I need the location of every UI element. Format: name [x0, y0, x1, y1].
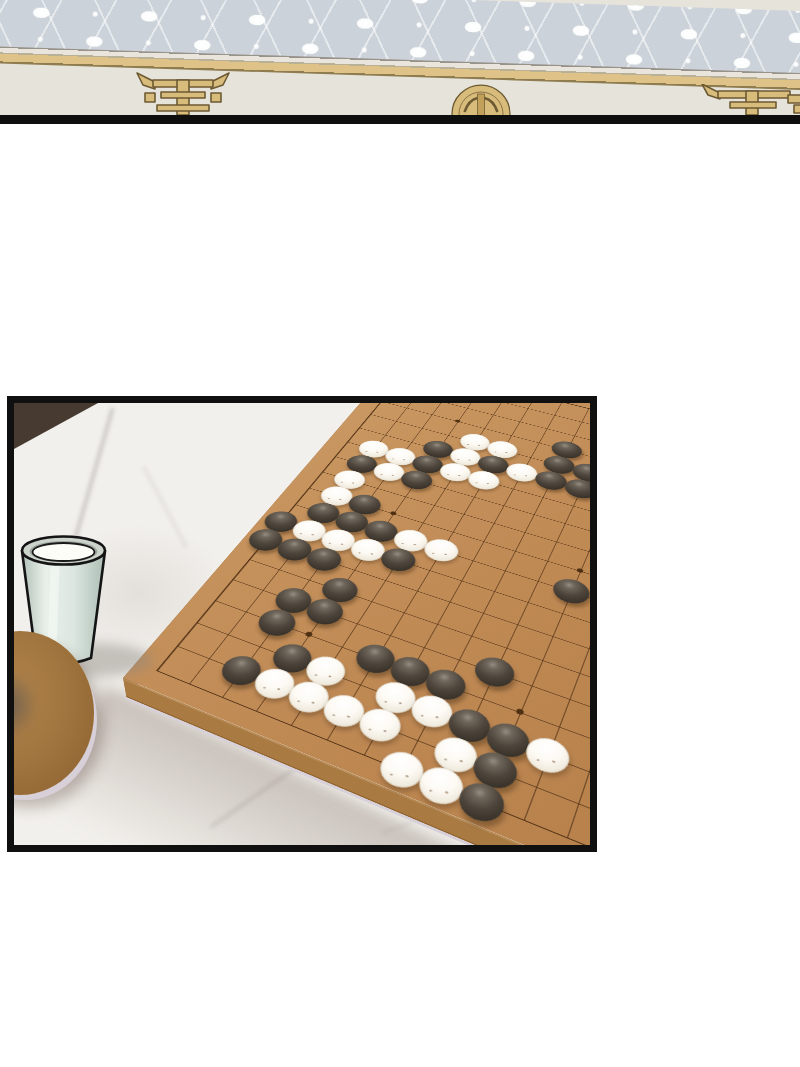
star-point: [515, 707, 524, 715]
manga-page: [0, 0, 800, 1067]
panel-main: [7, 396, 597, 852]
star-point: [576, 567, 584, 573]
white-stone: [282, 676, 335, 717]
longevity-emblem-right: [700, 84, 800, 115]
black-stone: [469, 652, 518, 691]
white-stone: [521, 732, 574, 779]
black-stone: [549, 575, 590, 608]
marble-table: [14, 403, 590, 845]
star-point: [454, 419, 461, 423]
black-stone: [481, 717, 534, 762]
black-stone: [467, 746, 522, 794]
white-stone: [317, 689, 371, 732]
panel-top: [0, 0, 800, 124]
star-point: [304, 631, 313, 637]
dark-wood-corner-object: [14, 403, 98, 449]
white-stone: [405, 690, 457, 733]
black-stone: [215, 651, 268, 690]
longevity-emblem-left: [133, 72, 233, 115]
white-stone: [353, 703, 407, 747]
lid-smudge: [14, 670, 38, 739]
panel-top-border: [0, 115, 800, 124]
white-stone: [428, 731, 482, 777]
white-stone: [369, 677, 421, 718]
white-stone: [373, 746, 429, 794]
black-stone: [443, 703, 496, 747]
star-point: [389, 510, 397, 515]
